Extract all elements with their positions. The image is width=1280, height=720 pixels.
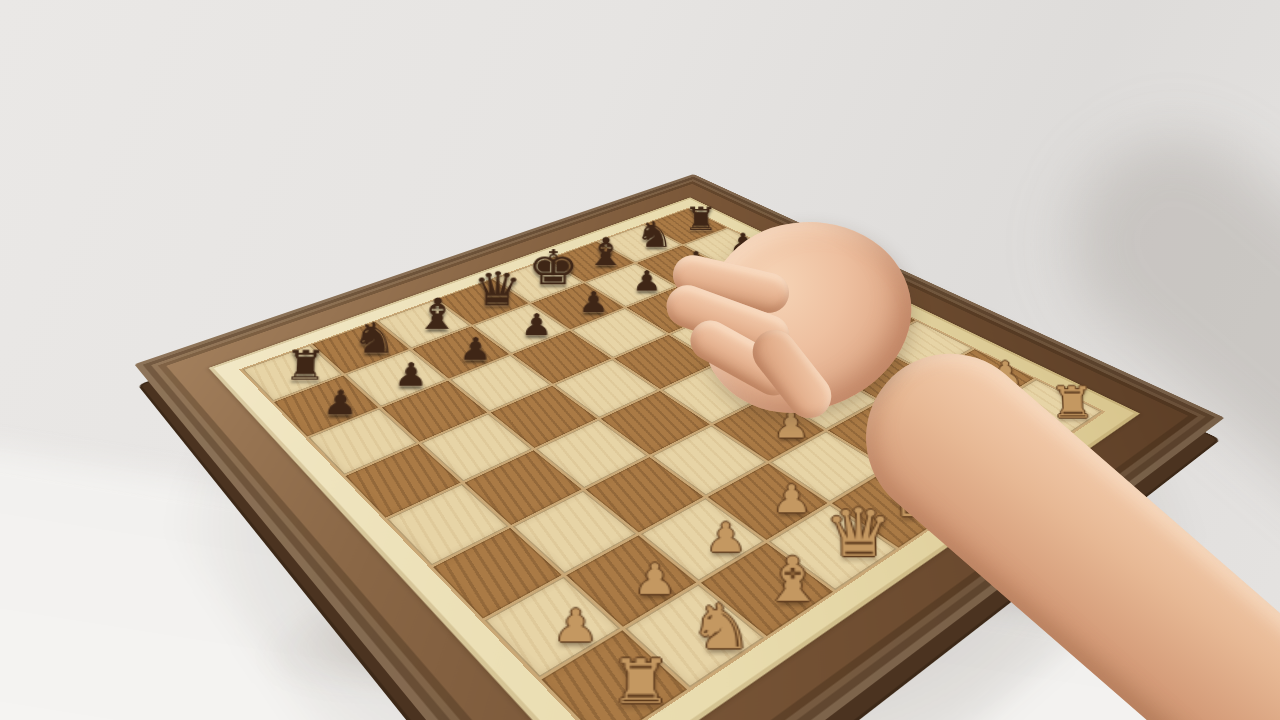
piece-black-knight-b8[interactable]: ♞ [337,318,412,360]
piece-black-bishop-c8[interactable]: ♝ [402,293,474,336]
chess-board: ♜♞♝♛♚♝♞♜♟♟♟♟♟♟♟♟♟♟♟♟♟♟♟♜♞♝♛♚♝♞♜ [239,208,1105,720]
piece-white-rook-a1[interactable]: ♜ [585,652,695,713]
piece-white-pawn-e3[interactable]: ♟ [750,408,833,443]
piece-white-knight-b1[interactable]: ♞ [669,597,773,659]
piece-black-rook-a8[interactable]: ♜ [267,345,345,386]
piece-black-pawn-a7[interactable]: ♟ [300,386,381,420]
scene: ♜♞♝♛♚♝♞♜♟♟♟♟♟♟♟♟♟♟♟♟♟♟♟♜♞♝♛♚♝♞♜ [0,0,1280,720]
piece-black-pawn-b7[interactable]: ♟ [372,359,450,392]
piece-white-pawn-a2[interactable]: ♟ [524,604,628,649]
